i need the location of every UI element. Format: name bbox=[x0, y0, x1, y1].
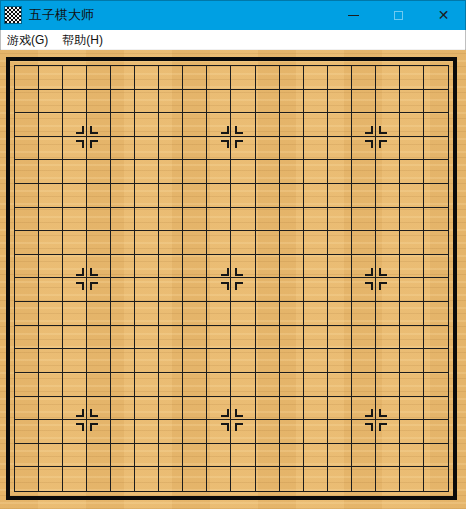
board-cell[interactable] bbox=[231, 208, 255, 232]
board-cell[interactable] bbox=[207, 302, 231, 326]
board-cell[interactable] bbox=[183, 349, 207, 373]
board-cell[interactable] bbox=[39, 373, 63, 397]
board-cell[interactable] bbox=[304, 420, 328, 444]
board-cell[interactable] bbox=[111, 467, 135, 491]
board-cell[interactable] bbox=[376, 66, 400, 90]
board-cell[interactable] bbox=[207, 66, 231, 90]
board-cell[interactable] bbox=[15, 231, 39, 255]
minimize-button[interactable] bbox=[331, 0, 376, 30]
board-cell[interactable] bbox=[424, 231, 448, 255]
board-cell[interactable] bbox=[328, 302, 352, 326]
board-cell[interactable] bbox=[352, 349, 376, 373]
board-cell[interactable] bbox=[15, 208, 39, 232]
board-cell[interactable] bbox=[135, 113, 159, 137]
board-cell[interactable] bbox=[135, 66, 159, 90]
board-cell[interactable] bbox=[231, 137, 255, 161]
board-cell[interactable] bbox=[352, 397, 376, 421]
board-cell[interactable] bbox=[352, 420, 376, 444]
board-cell[interactable] bbox=[280, 467, 304, 491]
board-cell[interactable] bbox=[304, 208, 328, 232]
board-cell[interactable] bbox=[135, 137, 159, 161]
board-cell[interactable] bbox=[87, 255, 111, 279]
board-cell[interactable] bbox=[280, 113, 304, 137]
board-cell[interactable] bbox=[63, 66, 87, 90]
board-cell[interactable] bbox=[352, 326, 376, 350]
board-cell[interactable] bbox=[63, 467, 87, 491]
board-cell[interactable] bbox=[63, 278, 87, 302]
board-cell[interactable] bbox=[400, 231, 424, 255]
board-cell[interactable] bbox=[424, 160, 448, 184]
board-cell[interactable] bbox=[183, 278, 207, 302]
board-cell[interactable] bbox=[304, 160, 328, 184]
board-cell[interactable] bbox=[256, 467, 280, 491]
board-cell[interactable] bbox=[87, 160, 111, 184]
board-cell[interactable] bbox=[256, 231, 280, 255]
board-cell[interactable] bbox=[183, 113, 207, 137]
board-cell[interactable] bbox=[15, 113, 39, 137]
board-cell[interactable] bbox=[376, 326, 400, 350]
board-cell[interactable] bbox=[376, 278, 400, 302]
board-cell[interactable] bbox=[352, 66, 376, 90]
board-cell[interactable] bbox=[39, 278, 63, 302]
board-cell[interactable] bbox=[183, 373, 207, 397]
board-cell[interactable] bbox=[135, 467, 159, 491]
board-cell[interactable] bbox=[231, 278, 255, 302]
board-cell[interactable] bbox=[183, 231, 207, 255]
board-cell[interactable] bbox=[304, 231, 328, 255]
board-cell[interactable] bbox=[304, 444, 328, 468]
board-cell[interactable] bbox=[39, 326, 63, 350]
board-cell[interactable] bbox=[424, 208, 448, 232]
board-cell[interactable] bbox=[87, 326, 111, 350]
board-cell[interactable] bbox=[63, 208, 87, 232]
menu-item-game[interactable]: 游戏(G) bbox=[0, 30, 55, 50]
board-cell[interactable] bbox=[400, 397, 424, 421]
board-cell[interactable] bbox=[376, 137, 400, 161]
board-cell[interactable] bbox=[135, 302, 159, 326]
board-cell[interactable] bbox=[87, 208, 111, 232]
board-cell[interactable] bbox=[328, 349, 352, 373]
board-cell[interactable] bbox=[231, 231, 255, 255]
board-cell[interactable] bbox=[280, 66, 304, 90]
board-cell[interactable] bbox=[231, 66, 255, 90]
board-cell[interactable] bbox=[207, 444, 231, 468]
board-cell[interactable] bbox=[207, 278, 231, 302]
board-cell[interactable] bbox=[111, 397, 135, 421]
board-cell[interactable] bbox=[400, 66, 424, 90]
board-cell[interactable] bbox=[280, 444, 304, 468]
board-cell[interactable] bbox=[256, 208, 280, 232]
board-cell[interactable] bbox=[135, 90, 159, 114]
board-cell[interactable] bbox=[280, 326, 304, 350]
board-cell[interactable] bbox=[15, 66, 39, 90]
board-cell[interactable] bbox=[400, 349, 424, 373]
board-cell[interactable] bbox=[400, 137, 424, 161]
board-cell[interactable] bbox=[376, 184, 400, 208]
board-cell[interactable] bbox=[280, 137, 304, 161]
board-cell[interactable] bbox=[39, 208, 63, 232]
board-cell[interactable] bbox=[304, 397, 328, 421]
board-cell[interactable] bbox=[87, 302, 111, 326]
board-cell[interactable] bbox=[231, 160, 255, 184]
board-cell[interactable] bbox=[231, 90, 255, 114]
board-cell[interactable] bbox=[15, 420, 39, 444]
board-cell[interactable] bbox=[328, 160, 352, 184]
board-cell[interactable] bbox=[15, 160, 39, 184]
board-cell[interactable] bbox=[39, 137, 63, 161]
board-cell[interactable] bbox=[328, 66, 352, 90]
board-cell[interactable] bbox=[256, 90, 280, 114]
board-cell[interactable] bbox=[207, 184, 231, 208]
board-cell[interactable] bbox=[231, 397, 255, 421]
board-cell[interactable] bbox=[376, 444, 400, 468]
board-cell[interactable] bbox=[256, 160, 280, 184]
board-cell[interactable] bbox=[15, 90, 39, 114]
board-cell[interactable] bbox=[87, 113, 111, 137]
board-cell[interactable] bbox=[304, 467, 328, 491]
board-cell[interactable] bbox=[15, 302, 39, 326]
board-cell[interactable] bbox=[424, 373, 448, 397]
board-cell[interactable] bbox=[111, 137, 135, 161]
board-cell[interactable] bbox=[63, 90, 87, 114]
board-cell[interactable] bbox=[304, 349, 328, 373]
board-cell[interactable] bbox=[159, 397, 183, 421]
board-cell[interactable] bbox=[376, 231, 400, 255]
board-cell[interactable] bbox=[159, 66, 183, 90]
board-cell[interactable] bbox=[63, 137, 87, 161]
board-cell[interactable] bbox=[39, 444, 63, 468]
board-cell[interactable] bbox=[111, 66, 135, 90]
board-cell[interactable] bbox=[39, 160, 63, 184]
menu-item-help[interactable]: 帮助(H) bbox=[55, 30, 110, 50]
board-cell[interactable] bbox=[400, 302, 424, 326]
board-cell[interactable] bbox=[87, 137, 111, 161]
board-cell[interactable] bbox=[231, 373, 255, 397]
board-cell[interactable] bbox=[280, 349, 304, 373]
board-cell[interactable] bbox=[376, 160, 400, 184]
board-cell[interactable] bbox=[328, 137, 352, 161]
board-cell[interactable] bbox=[304, 326, 328, 350]
board-cell[interactable] bbox=[231, 302, 255, 326]
board-cell[interactable] bbox=[400, 113, 424, 137]
board-cell[interactable] bbox=[231, 113, 255, 137]
board-cell[interactable] bbox=[207, 113, 231, 137]
board-cell[interactable] bbox=[424, 326, 448, 350]
board-cell[interactable] bbox=[376, 420, 400, 444]
board-cell[interactable] bbox=[207, 397, 231, 421]
board-cell[interactable] bbox=[183, 302, 207, 326]
board-cell[interactable] bbox=[328, 113, 352, 137]
board-cell[interactable] bbox=[376, 373, 400, 397]
board-cell[interactable] bbox=[256, 420, 280, 444]
board-cell[interactable] bbox=[256, 349, 280, 373]
board-cell[interactable] bbox=[280, 184, 304, 208]
board-cell[interactable] bbox=[352, 467, 376, 491]
board-cell[interactable] bbox=[207, 373, 231, 397]
board-cell[interactable] bbox=[111, 444, 135, 468]
board-cell[interactable] bbox=[352, 302, 376, 326]
board-cell[interactable] bbox=[39, 255, 63, 279]
board-cell[interactable] bbox=[328, 420, 352, 444]
board-cell[interactable] bbox=[231, 184, 255, 208]
board-cell[interactable] bbox=[400, 160, 424, 184]
board-cell[interactable] bbox=[159, 326, 183, 350]
board-cell[interactable] bbox=[87, 184, 111, 208]
board-cell[interactable] bbox=[328, 255, 352, 279]
board-cell[interactable] bbox=[424, 349, 448, 373]
board-cell[interactable] bbox=[304, 184, 328, 208]
board-cell[interactable] bbox=[376, 90, 400, 114]
board-cell[interactable] bbox=[87, 444, 111, 468]
board-cell[interactable] bbox=[183, 255, 207, 279]
board-cell[interactable] bbox=[159, 349, 183, 373]
board-cell[interactable] bbox=[352, 278, 376, 302]
board-cell[interactable] bbox=[183, 326, 207, 350]
board-cell[interactable] bbox=[159, 90, 183, 114]
board-cell[interactable] bbox=[328, 444, 352, 468]
board-cell[interactable] bbox=[352, 255, 376, 279]
board-cell[interactable] bbox=[424, 444, 448, 468]
board-cell[interactable] bbox=[280, 160, 304, 184]
board-cell[interactable] bbox=[304, 113, 328, 137]
board-cell[interactable] bbox=[135, 255, 159, 279]
board-cell[interactable] bbox=[400, 326, 424, 350]
board-cell[interactable] bbox=[424, 278, 448, 302]
board-cell[interactable] bbox=[207, 467, 231, 491]
board-cell[interactable] bbox=[159, 467, 183, 491]
board-cell[interactable] bbox=[376, 302, 400, 326]
board-cell[interactable] bbox=[15, 349, 39, 373]
board-cell[interactable] bbox=[111, 90, 135, 114]
board-cell[interactable] bbox=[111, 420, 135, 444]
board-cell[interactable] bbox=[135, 349, 159, 373]
board-cell[interactable] bbox=[63, 184, 87, 208]
board-cell[interactable] bbox=[63, 326, 87, 350]
close-button[interactable]: ✕ bbox=[421, 0, 466, 30]
board-cell[interactable] bbox=[400, 90, 424, 114]
board-cell[interactable] bbox=[376, 397, 400, 421]
board-cell[interactable] bbox=[352, 113, 376, 137]
board-cell[interactable] bbox=[256, 373, 280, 397]
board-cell[interactable] bbox=[183, 66, 207, 90]
board-cell[interactable] bbox=[63, 373, 87, 397]
board-cell[interactable] bbox=[207, 208, 231, 232]
board-cell[interactable] bbox=[159, 208, 183, 232]
board-cell[interactable] bbox=[183, 397, 207, 421]
board-cell[interactable] bbox=[207, 349, 231, 373]
board-cell[interactable] bbox=[352, 208, 376, 232]
board-cell[interactable] bbox=[87, 349, 111, 373]
board-cell[interactable] bbox=[256, 278, 280, 302]
board-cell[interactable] bbox=[63, 302, 87, 326]
board-cell[interactable] bbox=[376, 208, 400, 232]
board-cell[interactable] bbox=[135, 278, 159, 302]
board-cell[interactable] bbox=[15, 397, 39, 421]
board-cell[interactable] bbox=[424, 302, 448, 326]
board-cell[interactable] bbox=[256, 302, 280, 326]
board-cell[interactable] bbox=[111, 160, 135, 184]
board-cell[interactable] bbox=[15, 137, 39, 161]
board-cell[interactable] bbox=[159, 184, 183, 208]
board-cell[interactable] bbox=[39, 420, 63, 444]
board-cell[interactable] bbox=[135, 208, 159, 232]
board-cell[interactable] bbox=[424, 113, 448, 137]
board-cell[interactable] bbox=[135, 231, 159, 255]
board-cell[interactable] bbox=[183, 208, 207, 232]
board-cell[interactable] bbox=[15, 467, 39, 491]
board-cell[interactable] bbox=[352, 231, 376, 255]
board-cell[interactable] bbox=[280, 90, 304, 114]
board-cell[interactable] bbox=[111, 373, 135, 397]
board-cell[interactable] bbox=[424, 184, 448, 208]
board-cell[interactable] bbox=[111, 184, 135, 208]
board-cell[interactable] bbox=[135, 397, 159, 421]
board-cell[interactable] bbox=[183, 184, 207, 208]
board-cell[interactable] bbox=[328, 467, 352, 491]
board-cell[interactable] bbox=[39, 231, 63, 255]
board-cell[interactable] bbox=[63, 113, 87, 137]
board-cell[interactable] bbox=[280, 255, 304, 279]
board-cell[interactable] bbox=[87, 90, 111, 114]
board-cell[interactable] bbox=[280, 231, 304, 255]
board-cell[interactable] bbox=[87, 231, 111, 255]
board-cell[interactable] bbox=[304, 302, 328, 326]
board-cell[interactable] bbox=[15, 326, 39, 350]
board-cell[interactable] bbox=[256, 255, 280, 279]
board-cell[interactable] bbox=[207, 255, 231, 279]
board-cell[interactable] bbox=[328, 208, 352, 232]
board-cell[interactable] bbox=[135, 420, 159, 444]
board-cell[interactable] bbox=[87, 278, 111, 302]
board-cell[interactable] bbox=[352, 184, 376, 208]
board-cell[interactable] bbox=[328, 326, 352, 350]
board-cell[interactable] bbox=[280, 397, 304, 421]
board-cell[interactable] bbox=[280, 302, 304, 326]
board-cell[interactable] bbox=[63, 444, 87, 468]
board-cell[interactable] bbox=[424, 255, 448, 279]
board-cell[interactable] bbox=[400, 184, 424, 208]
board-cell[interactable] bbox=[424, 397, 448, 421]
board-cell[interactable] bbox=[183, 444, 207, 468]
board-cell[interactable] bbox=[159, 302, 183, 326]
board-cell[interactable] bbox=[39, 66, 63, 90]
board-cell[interactable] bbox=[111, 302, 135, 326]
board-cell[interactable] bbox=[39, 467, 63, 491]
board-cell[interactable] bbox=[39, 397, 63, 421]
board-cell[interactable] bbox=[39, 90, 63, 114]
board-cell[interactable] bbox=[424, 420, 448, 444]
board-cell[interactable] bbox=[256, 113, 280, 137]
board-cell[interactable] bbox=[256, 444, 280, 468]
board-cell[interactable] bbox=[207, 90, 231, 114]
board-cell[interactable] bbox=[159, 231, 183, 255]
board-cell[interactable] bbox=[328, 231, 352, 255]
board-cell[interactable] bbox=[183, 467, 207, 491]
gomoku-board[interactable] bbox=[14, 65, 449, 492]
board-cell[interactable] bbox=[39, 349, 63, 373]
board-cell[interactable] bbox=[87, 397, 111, 421]
board-cell[interactable] bbox=[256, 184, 280, 208]
board-cell[interactable] bbox=[111, 278, 135, 302]
board-cell[interactable] bbox=[39, 184, 63, 208]
board-cell[interactable] bbox=[111, 113, 135, 137]
board-cell[interactable] bbox=[207, 231, 231, 255]
board-cell[interactable] bbox=[135, 373, 159, 397]
board-cell[interactable] bbox=[400, 278, 424, 302]
board-cell[interactable] bbox=[15, 278, 39, 302]
board-cell[interactable] bbox=[400, 208, 424, 232]
board-cell[interactable] bbox=[15, 255, 39, 279]
board-cell[interactable] bbox=[63, 349, 87, 373]
board-cell[interactable] bbox=[352, 160, 376, 184]
board-cell[interactable] bbox=[328, 278, 352, 302]
board-cell[interactable] bbox=[328, 373, 352, 397]
board-cell[interactable] bbox=[352, 373, 376, 397]
board-cell[interactable] bbox=[39, 302, 63, 326]
board-cell[interactable] bbox=[304, 255, 328, 279]
board-cell[interactable] bbox=[328, 184, 352, 208]
board-cell[interactable] bbox=[400, 420, 424, 444]
board-cell[interactable] bbox=[280, 420, 304, 444]
board-cell[interactable] bbox=[159, 255, 183, 279]
board-cell[interactable] bbox=[111, 231, 135, 255]
board-cell[interactable] bbox=[159, 137, 183, 161]
board-cell[interactable] bbox=[87, 467, 111, 491]
board-cell[interactable] bbox=[63, 420, 87, 444]
board-cell[interactable] bbox=[87, 420, 111, 444]
board-cell[interactable] bbox=[256, 397, 280, 421]
board-cell[interactable] bbox=[231, 255, 255, 279]
board-cell[interactable] bbox=[63, 231, 87, 255]
board-cell[interactable] bbox=[183, 137, 207, 161]
board-cell[interactable] bbox=[183, 90, 207, 114]
board-cell[interactable] bbox=[328, 397, 352, 421]
board-cell[interactable] bbox=[207, 160, 231, 184]
board-cell[interactable] bbox=[424, 137, 448, 161]
board-cell[interactable] bbox=[207, 326, 231, 350]
board-cell[interactable] bbox=[111, 326, 135, 350]
board-cell[interactable] bbox=[159, 444, 183, 468]
board-cell[interactable] bbox=[159, 420, 183, 444]
board-cell[interactable] bbox=[207, 420, 231, 444]
board-cell[interactable] bbox=[135, 444, 159, 468]
board-cell[interactable] bbox=[400, 467, 424, 491]
board-cell[interactable] bbox=[39, 113, 63, 137]
board-cell[interactable] bbox=[352, 444, 376, 468]
board-cell[interactable] bbox=[63, 397, 87, 421]
board-cell[interactable] bbox=[111, 255, 135, 279]
board-cell[interactable] bbox=[159, 113, 183, 137]
board-cell[interactable] bbox=[183, 420, 207, 444]
board-cell[interactable] bbox=[15, 184, 39, 208]
board-cell[interactable] bbox=[135, 184, 159, 208]
board-cell[interactable] bbox=[159, 373, 183, 397]
board-cell[interactable] bbox=[207, 137, 231, 161]
board-cell[interactable] bbox=[87, 66, 111, 90]
board-cell[interactable] bbox=[231, 467, 255, 491]
board-cell[interactable] bbox=[280, 278, 304, 302]
board-cell[interactable] bbox=[280, 373, 304, 397]
board-cell[interactable] bbox=[400, 255, 424, 279]
board-cell[interactable] bbox=[111, 349, 135, 373]
board-cell[interactable] bbox=[376, 467, 400, 491]
board-cell[interactable] bbox=[352, 90, 376, 114]
board-cell[interactable] bbox=[304, 137, 328, 161]
board-cell[interactable] bbox=[352, 137, 376, 161]
board-cell[interactable] bbox=[135, 160, 159, 184]
board-cell[interactable] bbox=[135, 326, 159, 350]
board-cell[interactable] bbox=[304, 278, 328, 302]
